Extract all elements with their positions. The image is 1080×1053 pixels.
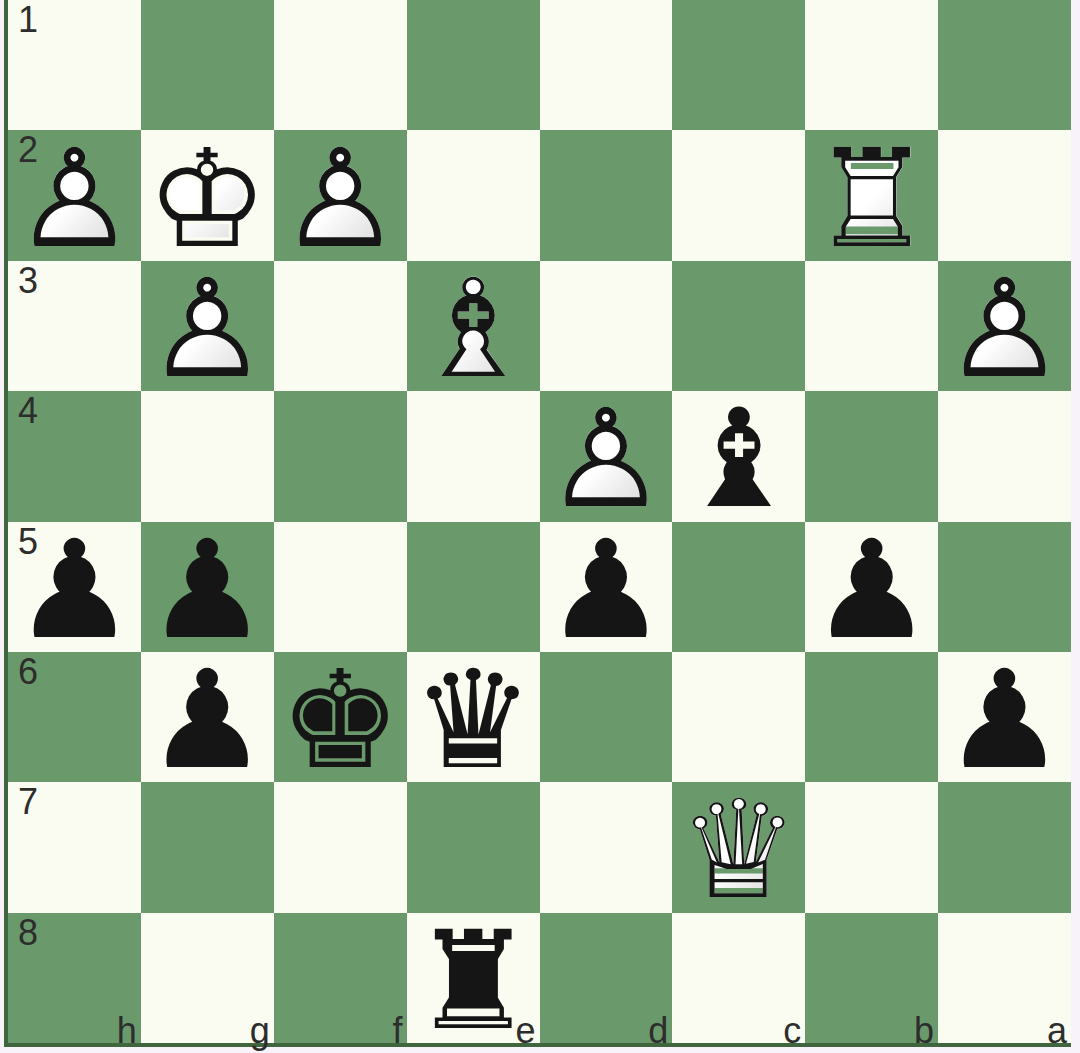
white-pawn-outline-glyph: ♙	[8, 133, 141, 263]
rank-label-7: 7	[18, 784, 38, 820]
square-h1[interactable]: 1	[8, 0, 141, 130]
white-king-outline-glyph: ♔	[141, 133, 274, 263]
black-pawn-d5[interactable]: ♟	[540, 525, 673, 655]
rank-label-4: 4	[18, 393, 38, 429]
square-f7[interactable]	[274, 782, 407, 912]
file-label-f: f	[393, 1013, 403, 1049]
file-label-c: c	[783, 1013, 801, 1049]
square-h2[interactable]: 2♟♙	[8, 130, 141, 260]
square-f8[interactable]: f	[274, 913, 407, 1043]
chess-board: 12♟♙♚♔♟♙♜♖3♟♙♝♗♟♙4♟♙♝5♟♟♟♟6♟♚♛♟7♛♕8hgfe♜…	[8, 0, 1071, 1043]
black-queen-e6[interactable]: ♛	[407, 655, 540, 785]
square-g5[interactable]: ♟	[141, 522, 274, 652]
white-pawn-a3[interactable]: ♟♙	[938, 264, 1071, 394]
black-pawn-a6[interactable]: ♟	[938, 655, 1071, 785]
square-e5[interactable]	[407, 522, 540, 652]
square-h4[interactable]: 4	[8, 391, 141, 521]
square-e3[interactable]: ♝♗	[407, 261, 540, 391]
square-g6[interactable]: ♟	[141, 652, 274, 782]
square-f4[interactable]	[274, 391, 407, 521]
rank-label-3: 3	[18, 263, 38, 299]
square-h6[interactable]: 6	[8, 652, 141, 782]
square-d8[interactable]: d	[540, 913, 673, 1043]
square-e8[interactable]: e♜	[407, 913, 540, 1043]
black-pawn-b5[interactable]: ♟	[805, 525, 938, 655]
black-rook-e8[interactable]: ♜	[407, 916, 540, 1046]
file-label-d: d	[648, 1013, 668, 1049]
square-e4[interactable]	[407, 391, 540, 521]
square-a7[interactable]	[938, 782, 1071, 912]
white-bishop-e3[interactable]: ♝♗	[407, 264, 540, 394]
black-king-f6[interactable]: ♚	[274, 655, 407, 785]
chess-board-frame: 12♟♙♚♔♟♙♜♖3♟♙♝♗♟♙4♟♙♝5♟♟♟♟6♟♚♛♟7♛♕8hgfe♜…	[4, 0, 1071, 1047]
white-rook-b2[interactable]: ♜♖	[805, 133, 938, 263]
square-d7[interactable]	[540, 782, 673, 912]
black-pawn-glyph: ♟	[805, 525, 938, 655]
file-label-a: a	[1047, 1013, 1067, 1049]
black-queen-glyph: ♛	[407, 655, 540, 785]
square-d1[interactable]	[540, 0, 673, 130]
black-pawn-g6[interactable]: ♟	[141, 655, 274, 785]
black-pawn-glyph: ♟	[141, 525, 274, 655]
white-king-g2[interactable]: ♚♔	[141, 133, 274, 263]
white-pawn-f2[interactable]: ♟♙	[274, 133, 407, 263]
square-e2[interactable]	[407, 130, 540, 260]
square-c5[interactable]	[672, 522, 805, 652]
square-f1[interactable]	[274, 0, 407, 130]
square-c3[interactable]	[672, 261, 805, 391]
white-pawn-g3[interactable]: ♟♙	[141, 264, 274, 394]
white-pawn-outline-glyph: ♙	[938, 264, 1071, 394]
black-pawn-glyph: ♟	[8, 525, 141, 655]
square-a4[interactable]	[938, 391, 1071, 521]
square-c6[interactable]	[672, 652, 805, 782]
square-b4[interactable]	[805, 391, 938, 521]
rank-label-8: 8	[18, 915, 38, 951]
black-rook-glyph: ♜	[407, 916, 540, 1046]
square-h7[interactable]: 7	[8, 782, 141, 912]
white-bishop-outline-glyph: ♗	[407, 264, 540, 394]
square-a2[interactable]	[938, 130, 1071, 260]
square-d3[interactable]	[540, 261, 673, 391]
square-g4[interactable]	[141, 391, 274, 521]
square-a6[interactable]: ♟	[938, 652, 1071, 782]
square-a3[interactable]: ♟♙	[938, 261, 1071, 391]
square-a8[interactable]: a	[938, 913, 1071, 1043]
square-a1[interactable]	[938, 0, 1071, 130]
square-a5[interactable]	[938, 522, 1071, 652]
file-label-h: h	[117, 1013, 137, 1049]
square-h3[interactable]: 3	[8, 261, 141, 391]
square-b3[interactable]	[805, 261, 938, 391]
square-c7[interactable]: ♛♕	[672, 782, 805, 912]
black-king-glyph: ♚	[274, 655, 407, 785]
square-g1[interactable]	[141, 0, 274, 130]
black-pawn-glyph: ♟	[540, 525, 673, 655]
square-g8[interactable]: g	[141, 913, 274, 1043]
square-b6[interactable]	[805, 652, 938, 782]
square-c4[interactable]: ♝	[672, 391, 805, 521]
square-e6[interactable]: ♛	[407, 652, 540, 782]
white-queen-outline-glyph: ♕	[672, 785, 805, 915]
white-pawn-outline-glyph: ♙	[274, 133, 407, 263]
square-g3[interactable]: ♟♙	[141, 261, 274, 391]
rank-label-6: 6	[18, 654, 38, 690]
square-c2[interactable]	[672, 130, 805, 260]
square-d4[interactable]: ♟♙	[540, 391, 673, 521]
square-f5[interactable]	[274, 522, 407, 652]
square-f6[interactable]: ♚	[274, 652, 407, 782]
square-b7[interactable]	[805, 782, 938, 912]
black-bishop-glyph: ♝	[672, 394, 805, 524]
square-c8[interactable]: c	[672, 913, 805, 1043]
square-d2[interactable]	[540, 130, 673, 260]
square-d6[interactable]	[540, 652, 673, 782]
black-bishop-c4[interactable]: ♝	[672, 394, 805, 524]
white-rook-outline-glyph: ♖	[805, 133, 938, 263]
square-g7[interactable]	[141, 782, 274, 912]
square-f2[interactable]: ♟♙	[274, 130, 407, 260]
black-pawn-glyph: ♟	[141, 655, 274, 785]
square-b1[interactable]	[805, 0, 938, 130]
square-h5[interactable]: 5♟	[8, 522, 141, 652]
white-pawn-d4[interactable]: ♟♙	[540, 394, 673, 524]
black-pawn-glyph: ♟	[938, 655, 1071, 785]
white-queen-c7[interactable]: ♛♕	[672, 785, 805, 915]
black-pawn-g5[interactable]: ♟	[141, 525, 274, 655]
white-pawn-outline-glyph: ♙	[540, 394, 673, 524]
square-f3[interactable]	[274, 261, 407, 391]
square-b5[interactable]: ♟	[805, 522, 938, 652]
square-e7[interactable]	[407, 782, 540, 912]
file-label-b: b	[914, 1013, 934, 1049]
square-h8[interactable]: 8h	[8, 913, 141, 1043]
rank-label-1: 1	[18, 2, 38, 38]
file-label-g: g	[250, 1013, 270, 1049]
square-e1[interactable]	[407, 0, 540, 130]
white-pawn-h2[interactable]: ♟♙	[8, 133, 141, 263]
square-d5[interactable]: ♟	[540, 522, 673, 652]
black-pawn-h5[interactable]: ♟	[8, 525, 141, 655]
square-b2[interactable]: ♜♖	[805, 130, 938, 260]
white-pawn-outline-glyph: ♙	[141, 264, 274, 394]
square-g2[interactable]: ♚♔	[141, 130, 274, 260]
square-c1[interactable]	[672, 0, 805, 130]
square-b8[interactable]: b	[805, 913, 938, 1043]
